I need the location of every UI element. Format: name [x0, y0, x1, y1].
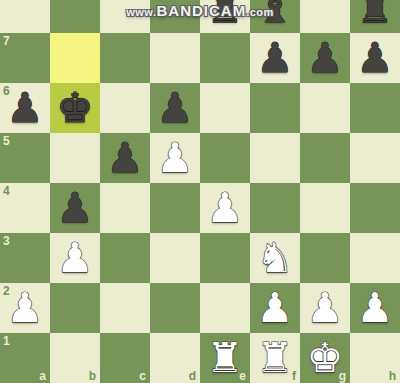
square-g6[interactable]	[300, 83, 350, 133]
square-g7[interactable]: ♟	[300, 33, 350, 83]
square-d6[interactable]: ♟	[150, 83, 200, 133]
square-c3[interactable]	[100, 233, 150, 283]
square-b6[interactable]: ♚	[50, 83, 100, 133]
white-pawn-a2-piece[interactable]: ♟	[0, 283, 50, 333]
square-c5[interactable]: ♟	[100, 133, 150, 183]
square-e5[interactable]	[200, 133, 250, 183]
square-a5[interactable]: 5	[0, 133, 50, 183]
chess-app-window: ♜♝♜7♟♟♟6♟♚♟5♟♟4♟♟3♟♞2♟♟♟♟1abcde♜f♜g♚h ww…	[0, 0, 400, 383]
square-b2[interactable]	[50, 283, 100, 333]
white-pawn-g2-piece[interactable]: ♟	[300, 283, 350, 333]
square-a1[interactable]: 1a	[0, 333, 50, 383]
square-e1[interactable]: e♜	[200, 333, 250, 383]
white-pawn-h2-piece[interactable]: ♟	[350, 283, 400, 333]
square-h1[interactable]: h	[350, 333, 400, 383]
square-b4[interactable]: ♟	[50, 183, 100, 233]
square-f4[interactable]	[250, 183, 300, 233]
square-d2[interactable]	[150, 283, 200, 333]
white-pawn-f2-piece[interactable]: ♟	[250, 283, 300, 333]
black-pawn-a6-piece[interactable]: ♟	[0, 83, 50, 133]
square-g3[interactable]	[300, 233, 350, 283]
square-a7[interactable]: 7	[0, 33, 50, 83]
square-c4[interactable]	[100, 183, 150, 233]
square-d1[interactable]: d	[150, 333, 200, 383]
square-h5[interactable]	[350, 133, 400, 183]
white-pawn-e4-piece[interactable]: ♟	[200, 183, 250, 233]
white-rook-e1-piece[interactable]: ♜	[200, 333, 250, 383]
square-f7[interactable]: ♟	[250, 33, 300, 83]
square-b5[interactable]	[50, 133, 100, 183]
square-e4[interactable]: ♟	[200, 183, 250, 233]
black-pawn-g7-piece[interactable]: ♟	[300, 33, 350, 83]
square-b8[interactable]	[50, 0, 100, 33]
rank-label-1: 1	[3, 334, 10, 348]
rank-label-5: 5	[3, 134, 10, 148]
square-b3[interactable]: ♟	[50, 233, 100, 283]
square-g2[interactable]: ♟	[300, 283, 350, 333]
black-pawn-f7-piece[interactable]: ♟	[250, 33, 300, 83]
white-knight-f3-piece[interactable]: ♞	[250, 233, 300, 283]
square-h3[interactable]	[350, 233, 400, 283]
black-pawn-h7-piece[interactable]: ♟	[350, 33, 400, 83]
file-label-a: a	[39, 369, 46, 383]
square-d3[interactable]	[150, 233, 200, 283]
file-label-h: h	[389, 369, 396, 383]
square-d4[interactable]	[150, 183, 200, 233]
square-h6[interactable]	[350, 83, 400, 133]
square-c7[interactable]	[100, 33, 150, 83]
square-b7[interactable]	[50, 33, 100, 83]
square-h4[interactable]	[350, 183, 400, 233]
square-c6[interactable]	[100, 83, 150, 133]
square-b1[interactable]: b	[50, 333, 100, 383]
square-f6[interactable]	[250, 83, 300, 133]
bandicam-watermark: www. BANDICAM .com	[126, 2, 274, 19]
white-pawn-d5-piece[interactable]: ♟	[150, 133, 200, 183]
square-e3[interactable]	[200, 233, 250, 283]
file-label-c: c	[139, 369, 146, 383]
square-f5[interactable]	[250, 133, 300, 183]
watermark-name: BANDICAM	[156, 2, 246, 19]
square-g8[interactable]	[300, 0, 350, 33]
square-c2[interactable]	[100, 283, 150, 333]
rank-label-4: 4	[3, 184, 10, 198]
square-c1[interactable]: c	[100, 333, 150, 383]
watermark-suffix: .com	[246, 6, 274, 18]
white-rook-f1-piece[interactable]: ♜	[250, 333, 300, 383]
white-king-g1-piece[interactable]: ♚	[300, 333, 350, 383]
square-g4[interactable]	[300, 183, 350, 233]
file-label-d: d	[189, 369, 196, 383]
square-a8[interactable]	[0, 0, 50, 33]
square-a6[interactable]: 6♟	[0, 83, 50, 133]
square-d5[interactable]: ♟	[150, 133, 200, 183]
file-label-b: b	[89, 369, 96, 383]
square-h2[interactable]: ♟	[350, 283, 400, 333]
square-h7[interactable]: ♟	[350, 33, 400, 83]
black-rook-h8-piece[interactable]: ♜	[350, 0, 400, 33]
black-pawn-b4-piece[interactable]: ♟	[50, 183, 100, 233]
watermark-prefix: www.	[126, 6, 156, 18]
square-e7[interactable]	[200, 33, 250, 83]
square-f2[interactable]: ♟	[250, 283, 300, 333]
black-pawn-d6-piece[interactable]: ♟	[150, 83, 200, 133]
square-e6[interactable]	[200, 83, 250, 133]
square-f3[interactable]: ♞	[250, 233, 300, 283]
square-g5[interactable]	[300, 133, 350, 183]
square-g1[interactable]: g♚	[300, 333, 350, 383]
square-d7[interactable]	[150, 33, 200, 83]
chess-board: ♜♝♜7♟♟♟6♟♚♟5♟♟4♟♟3♟♞2♟♟♟♟1abcde♜f♜g♚h	[0, 0, 400, 383]
black-king-b6-piece[interactable]: ♚	[50, 83, 100, 133]
square-e2[interactable]	[200, 283, 250, 333]
square-a4[interactable]: 4	[0, 183, 50, 233]
square-h8[interactable]: ♜	[350, 0, 400, 33]
rank-label-7: 7	[3, 34, 10, 48]
black-pawn-c5-piece[interactable]: ♟	[100, 133, 150, 183]
white-pawn-b3-piece[interactable]: ♟	[50, 233, 100, 283]
square-f1[interactable]: f♜	[250, 333, 300, 383]
square-a3[interactable]: 3	[0, 233, 50, 283]
rank-label-3: 3	[3, 234, 10, 248]
square-a2[interactable]: 2♟	[0, 283, 50, 333]
